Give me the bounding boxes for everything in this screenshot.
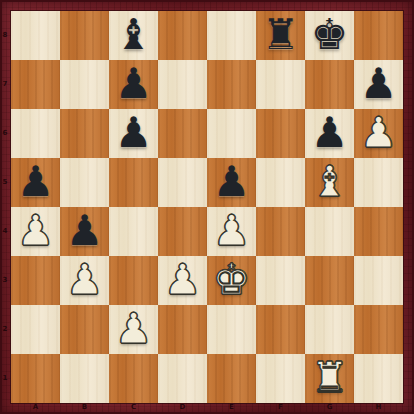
square-h5[interactable] — [354, 158, 403, 207]
square-a1[interactable] — [11, 354, 60, 403]
square-f4[interactable] — [256, 207, 305, 256]
black-pawn[interactable]: ♟ — [360, 60, 398, 108]
square-g2[interactable] — [305, 305, 354, 354]
square-g6[interactable]: ♟ — [305, 109, 354, 158]
white-pawn[interactable]: ♟ — [360, 109, 398, 157]
square-g7[interactable] — [305, 60, 354, 109]
square-d7[interactable] — [158, 60, 207, 109]
board-frame: 87654321 ♝♜♚♟♟♟♟♟♟♟♝♟♟♟♟♟♚♟♜ ABCDEFGH — [0, 0, 414, 414]
white-pawn[interactable]: ♟ — [213, 207, 251, 255]
white-bishop[interactable]: ♝ — [311, 158, 349, 206]
square-f6[interactable] — [256, 109, 305, 158]
file-label-e: E — [207, 402, 256, 414]
black-rook[interactable]: ♜ — [262, 11, 300, 59]
square-g1[interactable]: ♜ — [305, 354, 354, 403]
rank-label-6: 6 — [0, 109, 10, 158]
black-pawn[interactable]: ♟ — [213, 158, 251, 206]
rank-label-7: 7 — [0, 60, 10, 109]
square-c8[interactable]: ♝ — [109, 11, 158, 60]
square-d5[interactable] — [158, 158, 207, 207]
square-h3[interactable] — [354, 256, 403, 305]
white-pawn[interactable]: ♟ — [66, 256, 104, 304]
black-pawn[interactable]: ♟ — [66, 207, 104, 255]
square-h6[interactable]: ♟ — [354, 109, 403, 158]
white-pawn[interactable]: ♟ — [164, 256, 202, 304]
square-e7[interactable] — [207, 60, 256, 109]
square-a7[interactable] — [11, 60, 60, 109]
file-label-f: F — [256, 402, 305, 414]
file-label-h: H — [354, 402, 403, 414]
square-a4[interactable]: ♟ — [11, 207, 60, 256]
square-h2[interactable] — [354, 305, 403, 354]
black-pawn[interactable]: ♟ — [17, 158, 55, 206]
square-a3[interactable] — [11, 256, 60, 305]
file-label-a: A — [11, 402, 60, 414]
square-d6[interactable] — [158, 109, 207, 158]
white-rook[interactable]: ♜ — [311, 354, 349, 402]
file-label-d: D — [158, 402, 207, 414]
square-e4[interactable]: ♟ — [207, 207, 256, 256]
square-b3[interactable]: ♟ — [60, 256, 109, 305]
square-f5[interactable] — [256, 158, 305, 207]
square-g3[interactable] — [305, 256, 354, 305]
square-e1[interactable] — [207, 354, 256, 403]
square-h7[interactable]: ♟ — [354, 60, 403, 109]
square-c4[interactable] — [109, 207, 158, 256]
square-f8[interactable]: ♜ — [256, 11, 305, 60]
square-h8[interactable] — [354, 11, 403, 60]
rank-label-3: 3 — [0, 256, 10, 305]
square-d1[interactable] — [158, 354, 207, 403]
square-g5[interactable]: ♝ — [305, 158, 354, 207]
white-king[interactable]: ♚ — [213, 256, 251, 304]
square-c6[interactable]: ♟ — [109, 109, 158, 158]
rank-label-4: 4 — [0, 207, 10, 256]
square-e2[interactable] — [207, 305, 256, 354]
black-bishop[interactable]: ♝ — [115, 11, 153, 59]
square-h4[interactable] — [354, 207, 403, 256]
square-b8[interactable] — [60, 11, 109, 60]
square-e6[interactable] — [207, 109, 256, 158]
white-pawn[interactable]: ♟ — [17, 207, 55, 255]
file-label-c: C — [109, 402, 158, 414]
black-pawn[interactable]: ♟ — [311, 109, 349, 157]
square-d2[interactable] — [158, 305, 207, 354]
file-label-b: B — [60, 402, 109, 414]
square-f3[interactable] — [256, 256, 305, 305]
square-f2[interactable] — [256, 305, 305, 354]
square-e3[interactable]: ♚ — [207, 256, 256, 305]
square-h1[interactable] — [354, 354, 403, 403]
white-pawn[interactable]: ♟ — [115, 305, 153, 353]
file-label-g: G — [305, 402, 354, 414]
square-d4[interactable] — [158, 207, 207, 256]
chess-board: ♝♜♚♟♟♟♟♟♟♟♝♟♟♟♟♟♚♟♜ — [11, 11, 403, 403]
file-labels: ABCDEFGH — [11, 402, 403, 414]
black-king[interactable]: ♚ — [311, 11, 349, 59]
square-a5[interactable]: ♟ — [11, 158, 60, 207]
square-a8[interactable] — [11, 11, 60, 60]
square-e8[interactable] — [207, 11, 256, 60]
rank-label-1: 1 — [0, 354, 10, 403]
square-b2[interactable] — [60, 305, 109, 354]
rank-label-8: 8 — [0, 11, 10, 60]
square-b7[interactable] — [60, 60, 109, 109]
square-a2[interactable] — [11, 305, 60, 354]
rank-labels: 87654321 — [0, 11, 11, 403]
square-e5[interactable]: ♟ — [207, 158, 256, 207]
rank-label-5: 5 — [0, 158, 10, 207]
square-g4[interactable] — [305, 207, 354, 256]
square-c2[interactable]: ♟ — [109, 305, 158, 354]
square-a6[interactable] — [11, 109, 60, 158]
square-g8[interactable]: ♚ — [305, 11, 354, 60]
square-f1[interactable] — [256, 354, 305, 403]
square-c1[interactable] — [109, 354, 158, 403]
square-b1[interactable] — [60, 354, 109, 403]
square-f7[interactable] — [256, 60, 305, 109]
rank-label-2: 2 — [0, 305, 10, 354]
square-c7[interactable]: ♟ — [109, 60, 158, 109]
black-pawn[interactable]: ♟ — [115, 60, 153, 108]
square-b6[interactable] — [60, 109, 109, 158]
square-c3[interactable] — [109, 256, 158, 305]
square-b4[interactable]: ♟ — [60, 207, 109, 256]
square-d3[interactable]: ♟ — [158, 256, 207, 305]
square-d8[interactable] — [158, 11, 207, 60]
black-pawn[interactable]: ♟ — [115, 109, 153, 157]
square-c5[interactable] — [109, 158, 158, 207]
square-b5[interactable] — [60, 158, 109, 207]
